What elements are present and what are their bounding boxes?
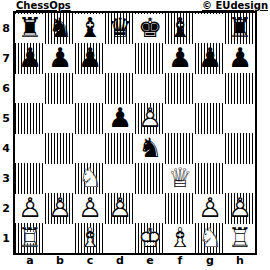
- square-a1[interactable]: ♖: [15, 223, 45, 253]
- white-rook: ♖: [15, 223, 45, 253]
- rank-label-6: 6: [0, 73, 12, 103]
- square-h4[interactable]: [225, 133, 255, 163]
- square-c6[interactable]: [75, 73, 105, 103]
- black-pawn: ♟: [165, 43, 195, 73]
- square-h6[interactable]: [225, 73, 255, 103]
- square-a6[interactable]: [15, 73, 45, 103]
- square-b5[interactable]: [45, 103, 75, 133]
- white-pawn: ♙: [105, 193, 135, 223]
- black-pawn: ♟: [195, 43, 225, 73]
- file-label-c: c: [75, 254, 105, 267]
- file-label-f: f: [165, 254, 195, 267]
- square-e7[interactable]: [135, 43, 165, 73]
- white-knight: ♘: [75, 163, 105, 193]
- square-f1[interactable]: ♗: [165, 223, 195, 253]
- credit-link[interactable]: © EUdesign: [202, 0, 268, 11]
- square-f4[interactable]: [165, 133, 195, 163]
- white-bishop: ♗: [75, 223, 105, 253]
- rank-labels: 87654321: [0, 13, 13, 253]
- black-king: ♚: [135, 13, 165, 43]
- black-pawn: ♟: [105, 103, 135, 133]
- square-e6[interactable]: [135, 73, 165, 103]
- square-c8[interactable]: ♝: [75, 13, 105, 43]
- square-d4[interactable]: [105, 133, 135, 163]
- square-g8[interactable]: [195, 13, 225, 43]
- square-g2[interactable]: ♙: [195, 193, 225, 223]
- white-pawn: ♙: [45, 193, 75, 223]
- square-a7[interactable]: ♟: [15, 43, 45, 73]
- square-c3[interactable]: ♘: [75, 163, 105, 193]
- black-knight: ♞: [135, 133, 165, 163]
- square-h1[interactable]: ♖: [225, 223, 255, 253]
- square-f8[interactable]: ♝: [165, 13, 195, 43]
- square-f6[interactable]: [165, 73, 195, 103]
- square-d5[interactable]: ♟: [105, 103, 135, 133]
- white-pawn: ♙: [225, 193, 255, 223]
- rank-label-2: 2: [0, 193, 12, 223]
- square-f2[interactable]: [165, 193, 195, 223]
- square-d2[interactable]: ♙: [105, 193, 135, 223]
- square-g5[interactable]: [195, 103, 225, 133]
- square-c1[interactable]: ♗: [75, 223, 105, 253]
- square-e1[interactable]: ♔: [135, 223, 165, 253]
- square-f7[interactable]: ♟: [165, 43, 195, 73]
- square-e5[interactable]: ♙: [135, 103, 165, 133]
- square-e2[interactable]: [135, 193, 165, 223]
- square-b2[interactable]: ♙: [45, 193, 75, 223]
- square-a5[interactable]: [15, 103, 45, 133]
- square-d7[interactable]: [105, 43, 135, 73]
- black-queen: ♛: [105, 13, 135, 43]
- white-rook: ♖: [225, 223, 255, 253]
- black-pawn: ♟: [225, 43, 255, 73]
- black-pawn: ♟: [45, 43, 75, 73]
- rank-label-3: 3: [0, 163, 12, 193]
- black-rook: ♜: [225, 13, 255, 43]
- rank-label-7: 7: [0, 43, 12, 73]
- square-d6[interactable]: [105, 73, 135, 103]
- square-b8[interactable]: ♞: [45, 13, 75, 43]
- square-d8[interactable]: ♛: [105, 13, 135, 43]
- square-b6[interactable]: [45, 73, 75, 103]
- white-king: ♔: [135, 223, 165, 253]
- square-b3[interactable]: [45, 163, 75, 193]
- white-knight: ♘: [195, 223, 225, 253]
- square-h2[interactable]: ♙: [225, 193, 255, 223]
- square-a4[interactable]: [15, 133, 45, 163]
- square-g3[interactable]: [195, 163, 225, 193]
- square-c7[interactable]: ♟: [75, 43, 105, 73]
- square-e4[interactable]: ♞: [135, 133, 165, 163]
- rank-label-1: 1: [0, 223, 12, 253]
- file-label-e: e: [135, 254, 165, 267]
- black-knight: ♞: [45, 13, 75, 43]
- rank-label-5: 5: [0, 103, 12, 133]
- black-pawn: ♟: [15, 43, 45, 73]
- white-pawn: ♙: [75, 193, 105, 223]
- square-a3[interactable]: [15, 163, 45, 193]
- square-g4[interactable]: [195, 133, 225, 163]
- file-label-b: b: [45, 254, 75, 267]
- white-pawn: ♙: [135, 103, 165, 133]
- square-g6[interactable]: [195, 73, 225, 103]
- square-d3[interactable]: [105, 163, 135, 193]
- file-label-g: g: [195, 254, 225, 267]
- chess-diagram: ChessOps © EUdesign 87654321 ♜♞♝♛♚♝♜♟♟♟♟…: [0, 0, 270, 270]
- square-c2[interactable]: ♙: [75, 193, 105, 223]
- square-b1[interactable]: [45, 223, 75, 253]
- square-h3[interactable]: [225, 163, 255, 193]
- rank-label-4: 4: [0, 133, 12, 163]
- file-label-h: h: [225, 254, 255, 267]
- file-label-d: d: [105, 254, 135, 267]
- rank-label-8: 8: [0, 13, 12, 43]
- square-h8[interactable]: ♜: [225, 13, 255, 43]
- square-e3[interactable]: [135, 163, 165, 193]
- square-f5[interactable]: [165, 103, 195, 133]
- file-label-a: a: [15, 254, 45, 267]
- chess-board: ♜♞♝♛♚♝♜♟♟♟♟♟♟♟♙♞♘♕♙♙♙♙♙♙♖♗♔♗♘♖: [13, 11, 257, 255]
- square-d1[interactable]: [105, 223, 135, 253]
- white-queen: ♕: [165, 163, 195, 193]
- square-g7[interactable]: ♟: [195, 43, 225, 73]
- black-bishop: ♝: [75, 13, 105, 43]
- file-labels: abcdefgh: [15, 254, 255, 267]
- square-h5[interactable]: [225, 103, 255, 133]
- square-g1[interactable]: ♘: [195, 223, 225, 253]
- white-pawn: ♙: [15, 193, 45, 223]
- black-rook: ♜: [15, 13, 45, 43]
- square-b4[interactable]: [45, 133, 75, 163]
- square-c4[interactable]: [75, 133, 105, 163]
- black-bishop: ♝: [165, 13, 195, 43]
- square-a8[interactable]: ♜: [15, 13, 45, 43]
- black-pawn: ♟: [75, 43, 105, 73]
- app-title-link[interactable]: ChessOps: [16, 0, 71, 11]
- square-b7[interactable]: ♟: [45, 43, 75, 73]
- square-f3[interactable]: ♕: [165, 163, 195, 193]
- square-h7[interactable]: ♟: [225, 43, 255, 73]
- square-c5[interactable]: [75, 103, 105, 133]
- white-pawn: ♙: [195, 193, 225, 223]
- square-a2[interactable]: ♙: [15, 193, 45, 223]
- white-bishop: ♗: [165, 223, 195, 253]
- square-e8[interactable]: ♚: [135, 13, 165, 43]
